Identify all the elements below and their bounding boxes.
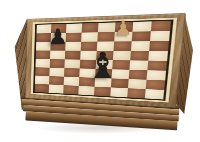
square-e6 bbox=[97, 41, 114, 50]
square-d4 bbox=[80, 60, 96, 69]
square-d8 bbox=[82, 23, 99, 33]
square-g7 bbox=[132, 31, 151, 41]
square-g5 bbox=[130, 51, 149, 61]
square-h1 bbox=[145, 89, 164, 99]
square-f8 bbox=[115, 22, 133, 32]
square-b1 bbox=[49, 84, 64, 93]
square-e1 bbox=[94, 87, 111, 97]
square-f7 bbox=[114, 32, 132, 42]
square-e5 bbox=[96, 51, 113, 60]
square-d5 bbox=[80, 51, 97, 60]
square-c4 bbox=[64, 59, 80, 68]
square-b5 bbox=[50, 51, 65, 60]
square-c1 bbox=[63, 85, 79, 94]
square-a7 bbox=[36, 33, 51, 42]
square-c5 bbox=[65, 51, 81, 60]
square-a1 bbox=[35, 84, 49, 93]
square-a8 bbox=[37, 24, 52, 33]
square-h7 bbox=[150, 31, 170, 41]
square-b7 bbox=[51, 33, 66, 42]
square-d6 bbox=[81, 42, 98, 51]
square-a6 bbox=[36, 42, 51, 51]
square-g1 bbox=[127, 88, 145, 98]
square-c6 bbox=[65, 42, 81, 51]
square-b6 bbox=[50, 42, 65, 51]
square-e8 bbox=[98, 22, 116, 32]
square-g8 bbox=[132, 21, 151, 31]
square-g6 bbox=[131, 41, 150, 51]
square-d7 bbox=[81, 32, 98, 41]
square-a5 bbox=[36, 51, 51, 60]
square-h8 bbox=[151, 21, 171, 32]
square-f5 bbox=[113, 51, 131, 61]
square-g4 bbox=[129, 60, 148, 70]
board-margin bbox=[31, 18, 178, 103]
square-h5 bbox=[148, 51, 168, 61]
square-c7 bbox=[66, 33, 82, 42]
square-f6 bbox=[113, 41, 131, 51]
square-b8 bbox=[51, 24, 66, 33]
square-c8 bbox=[66, 23, 82, 32]
square-h6 bbox=[149, 41, 169, 51]
square-h4 bbox=[147, 61, 167, 71]
square-e7 bbox=[97, 32, 115, 42]
square-d1 bbox=[78, 86, 94, 96]
square-f4 bbox=[112, 60, 130, 70]
chess-board bbox=[33, 20, 173, 101]
square-f1 bbox=[110, 87, 128, 97]
chess-box-photo: ♟♟♝ bbox=[0, 0, 200, 142]
square-e4 bbox=[96, 60, 113, 69]
board-frame bbox=[25, 13, 186, 108]
square-b4 bbox=[50, 59, 65, 68]
